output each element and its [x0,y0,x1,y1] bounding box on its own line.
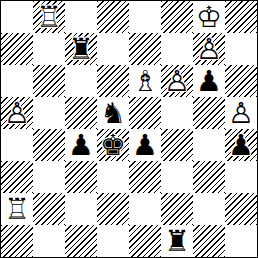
square-c3[interactable] [65,161,97,193]
square-d7[interactable] [97,33,129,65]
square-c8[interactable] [65,1,97,33]
square-g7[interactable] [193,33,225,65]
piece-black-pawn[interactable] [65,129,97,161]
piece-white-pawn[interactable] [193,33,225,65]
square-c5[interactable] [65,97,97,129]
square-h4[interactable] [225,129,257,161]
piece-white-rook[interactable] [1,193,33,225]
square-f7[interactable] [161,33,193,65]
square-d2[interactable] [97,193,129,225]
piece-white-rook[interactable] [33,1,65,33]
piece-white-king[interactable] [193,1,225,33]
square-e5[interactable] [129,97,161,129]
square-h2[interactable] [225,193,257,225]
square-e6[interactable] [129,65,161,97]
piece-white-pawn[interactable] [161,65,193,97]
square-c4[interactable] [65,129,97,161]
chess-board [0,0,258,258]
square-h8[interactable] [225,1,257,33]
square-h5[interactable] [225,97,257,129]
square-d5[interactable] [97,97,129,129]
square-c2[interactable] [65,193,97,225]
square-f6[interactable] [161,65,193,97]
square-b4[interactable] [33,129,65,161]
piece-black-rook[interactable] [161,225,193,257]
piece-black-rook[interactable] [65,33,97,65]
square-g2[interactable] [193,193,225,225]
square-g1[interactable] [193,225,225,257]
square-e8[interactable] [129,1,161,33]
square-h3[interactable] [225,161,257,193]
square-c6[interactable] [65,65,97,97]
piece-white-pawn[interactable] [225,97,257,129]
square-b6[interactable] [33,65,65,97]
square-b1[interactable] [33,225,65,257]
square-g4[interactable] [193,129,225,161]
square-b7[interactable] [33,33,65,65]
square-a2[interactable] [1,193,33,225]
piece-white-pawn[interactable] [1,97,33,129]
piece-black-pawn[interactable] [225,129,257,161]
square-a8[interactable] [1,1,33,33]
square-e3[interactable] [129,161,161,193]
square-d1[interactable] [97,225,129,257]
square-e4[interactable] [129,129,161,161]
piece-black-king[interactable] [97,129,129,161]
square-d4[interactable] [97,129,129,161]
square-f2[interactable] [161,193,193,225]
square-a3[interactable] [1,161,33,193]
square-f5[interactable] [161,97,193,129]
square-f1[interactable] [161,225,193,257]
square-b2[interactable] [33,193,65,225]
square-h7[interactable] [225,33,257,65]
square-g8[interactable] [193,1,225,33]
piece-black-pawn[interactable] [193,65,225,97]
piece-black-pawn[interactable] [129,129,161,161]
square-e1[interactable] [129,225,161,257]
piece-white-bishop[interactable] [129,65,161,97]
square-a6[interactable] [1,65,33,97]
square-f8[interactable] [161,1,193,33]
square-g5[interactable] [193,97,225,129]
chess-diagram [0,0,258,258]
square-h1[interactable] [225,225,257,257]
square-g6[interactable] [193,65,225,97]
square-c7[interactable] [65,33,97,65]
square-a1[interactable] [1,225,33,257]
square-a4[interactable] [1,129,33,161]
square-h6[interactable] [225,65,257,97]
square-b3[interactable] [33,161,65,193]
square-d8[interactable] [97,1,129,33]
square-b8[interactable] [33,1,65,33]
square-f3[interactable] [161,161,193,193]
square-c1[interactable] [65,225,97,257]
square-b5[interactable] [33,97,65,129]
square-a7[interactable] [1,33,33,65]
square-g3[interactable] [193,161,225,193]
square-d3[interactable] [97,161,129,193]
square-e2[interactable] [129,193,161,225]
piece-black-knight[interactable] [97,97,129,129]
square-f4[interactable] [161,129,193,161]
square-d6[interactable] [97,65,129,97]
square-e7[interactable] [129,33,161,65]
square-a5[interactable] [1,97,33,129]
